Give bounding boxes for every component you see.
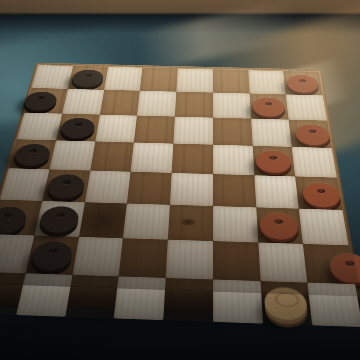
checker-red-man[interactable]: ● xyxy=(252,144,294,175)
checker-red-man[interactable]: ● xyxy=(298,176,345,209)
checker-dark-man[interactable]: ● xyxy=(56,112,99,140)
square-r2c4[interactable] xyxy=(137,91,176,117)
square-r8c8[interactable] xyxy=(308,283,360,327)
checker-red-man[interactable]: ● xyxy=(324,245,360,285)
square-r6c7[interactable]: ● xyxy=(256,207,303,244)
square-r3c8[interactable]: ● xyxy=(289,120,332,148)
square-r1c3[interactable] xyxy=(104,67,143,91)
square-r5c4[interactable] xyxy=(127,172,172,205)
checker-red-man[interactable]: ● xyxy=(256,205,303,241)
square-r3c3[interactable] xyxy=(95,115,137,143)
square-r4c5[interactable] xyxy=(172,144,213,174)
square-r6c8[interactable] xyxy=(299,209,348,246)
square-r5c5[interactable] xyxy=(170,173,213,206)
square-r3c4[interactable] xyxy=(134,116,175,144)
square-r5c8[interactable]: ● xyxy=(295,176,342,210)
square-r1c2[interactable]: ● xyxy=(68,66,108,90)
checker-dark-man[interactable]: ● xyxy=(26,233,78,272)
square-r6c6[interactable] xyxy=(213,206,258,242)
square-r4c7[interactable]: ● xyxy=(252,146,295,177)
square-r2c7[interactable]: ● xyxy=(249,94,289,120)
checker-natural-man[interactable]: ● xyxy=(260,279,312,323)
square-r5c3[interactable] xyxy=(84,171,130,204)
square-r2c1[interactable]: ● xyxy=(25,88,68,114)
square-r3c2[interactable]: ● xyxy=(56,114,100,142)
checker-dark-man[interactable]: ● xyxy=(9,138,56,168)
square-r4c1[interactable]: ● xyxy=(9,139,56,169)
square-r8c5[interactable] xyxy=(163,278,213,322)
square-r6c5[interactable] xyxy=(168,205,213,241)
board-grid: ●●●●●●●●●●●●●●●● xyxy=(0,63,360,297)
checkers-board: ●●●●●●●●●●●●●●●● xyxy=(0,63,360,297)
square-r1c8[interactable]: ● xyxy=(283,71,322,95)
square-r6c4[interactable] xyxy=(123,204,170,240)
square-r8c6[interactable] xyxy=(213,279,263,323)
square-r7c3[interactable] xyxy=(72,237,123,277)
square-r1c5[interactable] xyxy=(176,69,212,93)
square-r4c3[interactable] xyxy=(90,141,134,171)
checker-red-man[interactable]: ● xyxy=(292,119,334,147)
square-r2c5[interactable] xyxy=(175,92,213,118)
checker-dark-man[interactable]: ● xyxy=(0,199,33,235)
square-r2c6[interactable] xyxy=(213,93,251,119)
square-r8c2[interactable] xyxy=(16,273,72,316)
square-r7c2[interactable]: ● xyxy=(25,235,78,274)
square-r5c6[interactable] xyxy=(213,174,256,207)
checker-red-man[interactable]: ● xyxy=(249,92,288,118)
tabletop-photo-scene: ●●●●●●●●●●●●●●●● xyxy=(0,0,360,360)
square-r7c8[interactable]: ● xyxy=(303,244,355,284)
square-r4c6[interactable] xyxy=(213,145,254,176)
square-r3c6[interactable] xyxy=(213,118,253,146)
square-r3c5[interactable] xyxy=(173,117,212,145)
checker-dark-man[interactable]: ● xyxy=(19,86,62,112)
checker-red-man[interactable]: ● xyxy=(283,70,322,94)
square-r1c4[interactable] xyxy=(140,68,178,92)
square-r8c3[interactable] xyxy=(65,275,119,319)
checker-dark-man[interactable]: ● xyxy=(68,65,108,89)
square-r7c5[interactable] xyxy=(166,240,213,280)
square-r1c6[interactable] xyxy=(213,69,250,93)
square-r7c6[interactable] xyxy=(213,241,260,281)
square-r4c4[interactable] xyxy=(131,143,174,173)
square-r8c4[interactable] xyxy=(114,276,166,320)
square-r2c3[interactable] xyxy=(100,90,140,116)
square-r8c7[interactable]: ● xyxy=(260,281,312,325)
square-r6c3[interactable] xyxy=(79,202,128,238)
square-r7c4[interactable] xyxy=(119,238,168,278)
